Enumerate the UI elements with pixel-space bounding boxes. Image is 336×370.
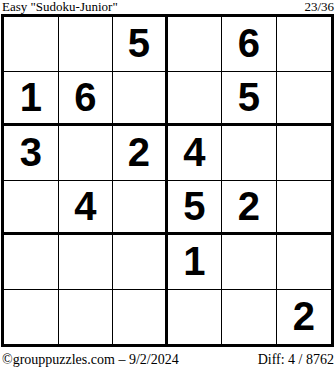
cell-r5c5-empty[interactable]	[222, 235, 277, 290]
cell-r1c4-empty[interactable]	[168, 17, 223, 72]
cell-r4c2-given[interactable]: 4	[59, 181, 114, 236]
cell-r2c5-given[interactable]: 5	[222, 72, 277, 127]
cell-r3c6-empty[interactable]	[277, 126, 332, 181]
footer: ©grouppuzzles.com – 9/2/2024 Diff: 4 / 8…	[2, 352, 334, 368]
difficulty-text: Diff: 4 / 8762	[258, 352, 334, 368]
cell-r1c2-empty[interactable]	[59, 17, 114, 72]
cell-r4c6-empty[interactable]	[277, 181, 332, 236]
cell-r4c5-given[interactable]: 2	[222, 181, 277, 236]
cell-r6c6-given[interactable]: 2	[277, 290, 332, 345]
cell-r5c2-empty[interactable]	[59, 235, 114, 290]
cell-r5c4-given[interactable]: 1	[168, 235, 223, 290]
cell-r2c4-empty[interactable]	[168, 72, 223, 127]
cell-r2c6-empty[interactable]	[277, 72, 332, 127]
cell-r3c5-empty[interactable]	[222, 126, 277, 181]
cell-r4c4-given[interactable]: 5	[168, 181, 223, 236]
header: Easy "Sudoku-Junior" 23/36	[2, 0, 334, 14]
cell-r3c3-given[interactable]: 2	[113, 126, 168, 181]
cell-r2c2-given[interactable]: 6	[59, 72, 114, 127]
puzzle-counter: 23/36	[304, 0, 334, 14]
cell-r5c1-empty[interactable]	[4, 235, 59, 290]
cell-r6c5-empty[interactable]	[222, 290, 277, 345]
cell-r1c3-given[interactable]: 5	[113, 17, 168, 72]
cell-r3c4-given[interactable]: 4	[168, 126, 223, 181]
puzzle-title: Easy "Sudoku-Junior"	[2, 0, 118, 14]
cell-r1c5-given[interactable]: 6	[222, 17, 277, 72]
cell-r6c2-empty[interactable]	[59, 290, 114, 345]
puzzle-page: Easy "Sudoku-Junior" 23/36 5616532445212…	[0, 0, 336, 370]
cell-r6c1-empty[interactable]	[4, 290, 59, 345]
cell-r5c6-empty[interactable]	[277, 235, 332, 290]
cell-r6c4-empty[interactable]	[168, 290, 223, 345]
cell-r5c3-empty[interactable]	[113, 235, 168, 290]
sudoku-board: 5616532445212	[1, 14, 334, 347]
cell-r4c3-empty[interactable]	[113, 181, 168, 236]
cell-r3c2-empty[interactable]	[59, 126, 114, 181]
cell-r4c1-empty[interactable]	[4, 181, 59, 236]
copyright-text: ©grouppuzzles.com – 9/2/2024	[2, 352, 179, 368]
cell-r6c3-empty[interactable]	[113, 290, 168, 345]
cell-r2c1-given[interactable]: 1	[4, 72, 59, 127]
cell-r2c3-empty[interactable]	[113, 72, 168, 127]
cell-r3c1-given[interactable]: 3	[4, 126, 59, 181]
cell-r1c1-empty[interactable]	[4, 17, 59, 72]
cell-r1c6-empty[interactable]	[277, 17, 332, 72]
